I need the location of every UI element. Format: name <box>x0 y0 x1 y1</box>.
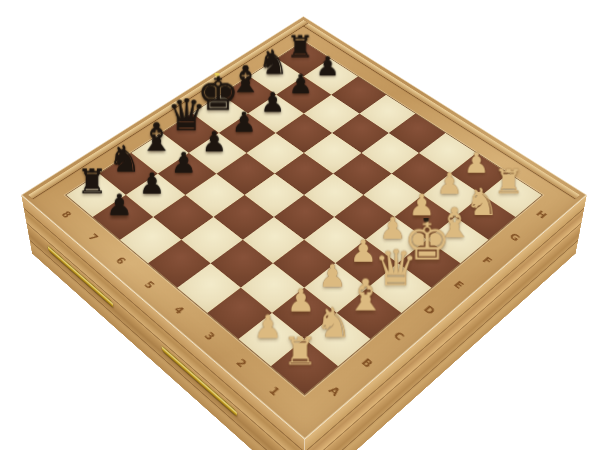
piece-black-pawn[interactable]: ♟ <box>98 193 141 220</box>
piece-white-rook[interactable]: ♜ <box>277 334 324 369</box>
chess-set-3d-scene: ♜♟♟♜♞♟♟♞♝♟♟♝♚♟♟♚♛♟♟♛♝♟♟♝♞♟♟♞♜♟♟♜ 8765432… <box>0 0 600 450</box>
board-top-face: ♜♟♟♜♞♟♟♞♝♟♟♝♚♟♟♚♛♟♟♛♝♟♟♝♞♟♟♞♜♟♟♜ 8765432… <box>21 16 587 439</box>
chess-set-product-photo: ♜♟♟♜♞♟♟♞♝♟♟♝♚♟♟♚♛♟♟♛♝♟♟♝♞♟♟♞♜♟♟♜ 8765432… <box>0 0 600 450</box>
folding-chess-box: ♜♟♟♜♞♟♟♞♝♟♟♝♚♟♟♚♛♟♟♛♝♟♟♝♞♟♟♞♜♟♟♜ 8765432… <box>21 16 587 439</box>
